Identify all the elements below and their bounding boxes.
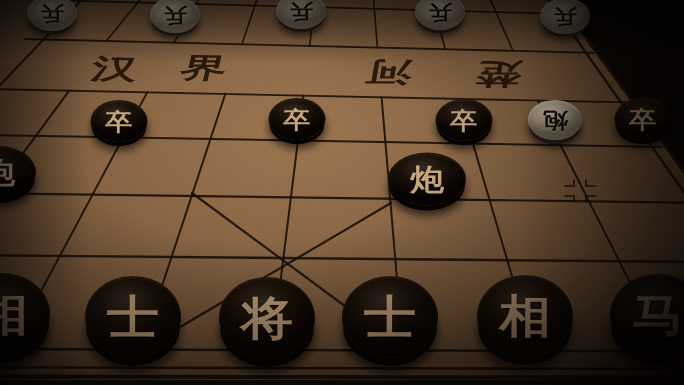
piece-black-advisor-f1[interactable]: 士 [342, 276, 438, 358]
piece-black-cannon-f3[interactable]: 炮 [388, 153, 466, 206]
piece-black-elephant-g1[interactable]: 相 [477, 275, 573, 357]
piece-glyph-炮: 炮 [543, 109, 568, 131]
piece-glyph-士: 士 [364, 294, 416, 340]
piece-glyph-兵: 兵 [290, 1, 313, 21]
piece-glyph-炮: 炮 [0, 157, 15, 187]
piece-glyph-相: 相 [0, 291, 28, 337]
piece-glyph-士: 士 [107, 294, 159, 340]
piece-glyph-马: 马 [632, 292, 684, 338]
piece-glyph-兵: 兵 [429, 2, 452, 22]
piece-glyph-将: 将 [241, 295, 293, 341]
piece-glyph-卒: 卒 [451, 108, 478, 132]
piece-white-cannon-h4[interactable]: 炮 [528, 100, 582, 140]
piece-glyph-卒: 卒 [630, 107, 657, 131]
piece-glyph-兵: 兵 [41, 3, 64, 23]
piece-black-soldier-c4[interactable]: 卒 [91, 100, 148, 142]
piece-glyph-炮: 炮 [410, 164, 444, 194]
piece-glyph-兵: 兵 [554, 6, 577, 26]
piece-glyph-卒: 卒 [106, 109, 133, 133]
piece-black-advisor-d1[interactable]: 士 [85, 276, 181, 358]
piece-glyph-相: 相 [499, 293, 551, 339]
piece-black-general-e1[interactable]: 将 [219, 277, 315, 359]
xiangqi-scene: 汉 界 河 楚 兵兵兵兵兵卒卒炮卒卒炮炮相马相士士将 [0, 0, 684, 385]
piece-glyph-卒: 卒 [284, 107, 311, 131]
piece-black-soldier-e4[interactable]: 卒 [269, 98, 326, 140]
piece-black-soldier-i4[interactable]: 卒 [615, 98, 672, 140]
piece-glyph-兵: 兵 [164, 5, 187, 25]
piece-black-soldier-g4[interactable]: 卒 [436, 99, 493, 141]
